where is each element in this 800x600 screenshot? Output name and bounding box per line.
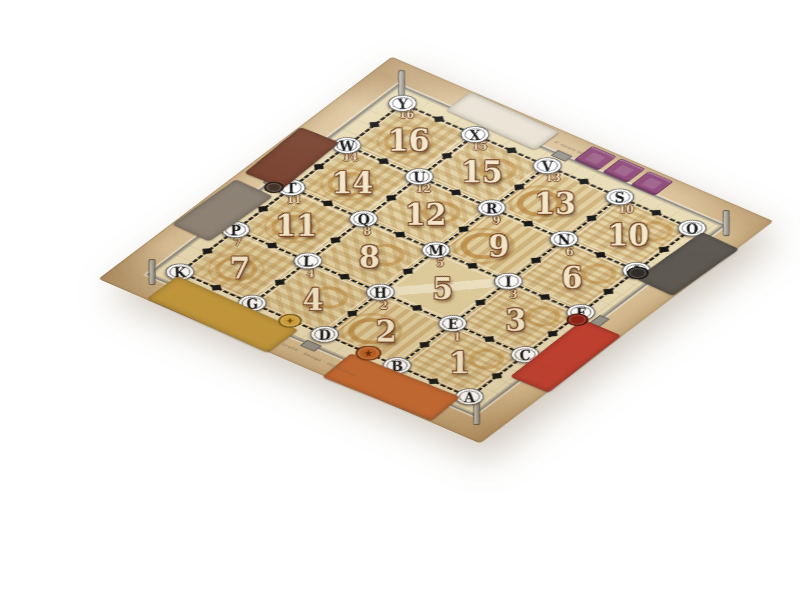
- page: { "game": "Unidentified walled-city euro…: [0, 0, 800, 600]
- street-diamond-marker: [386, 195, 396, 201]
- crossing-letter: V: [542, 158, 553, 174]
- crossing-letter: A: [464, 389, 475, 405]
- street-diamond-marker: [531, 257, 541, 263]
- crossing-letter: N: [558, 231, 571, 247]
- street-diamond-marker: [659, 246, 669, 252]
- crossing-letter: O: [686, 220, 698, 236]
- street-diamond-marker: [506, 147, 516, 153]
- street-diamond-marker: [540, 294, 550, 300]
- street-diamond-marker: [267, 242, 277, 248]
- street-diamond-marker: [450, 189, 460, 195]
- street-diamond-marker: [203, 248, 213, 254]
- street-diamond-marker: [314, 164, 324, 170]
- street-diamond-marker: [347, 310, 357, 316]
- crossing-letter: E: [447, 315, 458, 331]
- street-diamond-marker: [339, 274, 349, 280]
- crossing-letter: M: [428, 242, 444, 258]
- crossing-disc-D[interactable]: D: [304, 323, 345, 346]
- street-diamond-marker: [484, 336, 494, 342]
- street-diamond-marker: [604, 288, 614, 294]
- crossing-letter: Q: [358, 211, 370, 227]
- street-diamond-marker: [403, 268, 413, 274]
- street-diamond-marker: [428, 378, 438, 384]
- street-diamond-marker: [548, 331, 558, 337]
- street-diamond-marker: [459, 226, 469, 232]
- game-board: 1616151513131010141412129966111188553377…: [98, 57, 773, 444]
- crossing-letter: D: [319, 326, 331, 342]
- street-diamond-marker: [378, 158, 388, 164]
- street-diamond-marker: [442, 153, 452, 159]
- crossing-letter: W: [339, 137, 355, 153]
- street-diamond-marker: [411, 305, 421, 311]
- crossing-letter: S: [615, 189, 625, 205]
- crossing-letter: U: [413, 169, 425, 185]
- street-diamond-marker: [578, 178, 588, 184]
- street-diamond-marker: [514, 184, 524, 190]
- street-diamond-marker: [523, 221, 533, 227]
- star-seal-glyph-icon: ✦: [286, 315, 294, 326]
- street-diamond-marker: [322, 200, 332, 206]
- street-diamond-marker: [395, 231, 405, 237]
- crossing-letter: X: [469, 126, 480, 142]
- street-diamond-marker: [258, 206, 268, 212]
- street-diamond-marker: [475, 299, 485, 305]
- crossing-letter: H: [374, 284, 387, 300]
- street-diamond-marker: [331, 237, 341, 243]
- street-diamond-marker: [595, 252, 605, 258]
- streets-overlay: YXVSOWURNJTQMIFPLHECKGDBA: [98, 57, 773, 444]
- street-diamond-marker: [211, 285, 221, 291]
- street-diamond-marker: [275, 279, 285, 285]
- crossing-letter: I: [505, 273, 512, 289]
- street-diamond-marker: [420, 341, 430, 347]
- star-seal-glyph-icon: ★: [364, 348, 373, 359]
- street-diamond-marker: [651, 210, 661, 216]
- street-diamond-marker: [434, 116, 444, 122]
- crossing-letter: L: [303, 253, 313, 269]
- street-diamond-marker: [587, 215, 597, 221]
- crossing-letter: Y: [398, 95, 408, 111]
- street-diamond-marker: [492, 373, 502, 379]
- street-diamond-marker: [467, 263, 477, 269]
- street-diamond-marker: [370, 121, 380, 127]
- crossing-letter: R: [486, 200, 498, 216]
